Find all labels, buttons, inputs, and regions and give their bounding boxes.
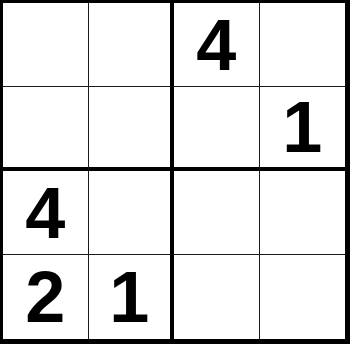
cell-r2c2[interactable] (89, 87, 175, 171)
cell-r1c1[interactable] (3, 3, 89, 87)
cell-r3c4[interactable] (260, 171, 346, 255)
cell-r2c3[interactable] (174, 87, 260, 171)
cell-r4c4[interactable] (260, 255, 346, 339)
cell-r1c4[interactable] (260, 3, 346, 87)
cell-r4c1: 2 (3, 255, 89, 339)
cell-r2c4: 1 (260, 87, 346, 171)
cell-r3c1: 4 (3, 171, 89, 255)
cell-r1c2[interactable] (89, 3, 175, 87)
cell-r3c3[interactable] (174, 171, 260, 255)
cell-r2c1[interactable] (3, 87, 89, 171)
sudoku-board: 4 1 4 2 1 (0, 0, 350, 344)
cell-r1c3: 4 (174, 3, 260, 87)
cell-r4c3[interactable] (174, 255, 260, 339)
cell-r3c2[interactable] (89, 171, 175, 255)
cell-r4c2: 1 (89, 255, 175, 339)
